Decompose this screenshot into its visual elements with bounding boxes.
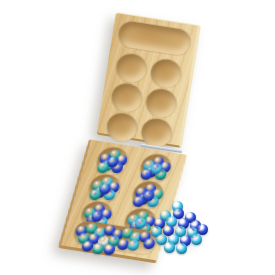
pit-bottom-r2-left[interactable] — [86, 172, 123, 204]
teal-gem — [96, 161, 110, 173]
top-pit-grid — [96, 45, 193, 151]
blue-gem — [139, 167, 153, 179]
mancala-product-photo — [0, 0, 275, 275]
pit-top-r1-right[interactable] — [149, 57, 183, 89]
blue-gem — [131, 195, 145, 207]
teal-gem — [88, 188, 102, 200]
pit-top-r2-right[interactable] — [144, 87, 178, 119]
cyan-gem — [191, 234, 202, 245]
blue-gem — [197, 224, 208, 235]
pit-top-r2-left[interactable] — [110, 82, 144, 114]
cyan-gem — [176, 243, 187, 254]
loose-gems-pile[interactable] — [149, 199, 215, 261]
pit-bottom-r1-right[interactable] — [137, 152, 174, 184]
cyan-gem — [164, 242, 175, 253]
board-top-leaf — [97, 12, 201, 148]
pit-top-r1-left[interactable] — [114, 52, 148, 84]
pit-bottom-r1-left[interactable] — [94, 145, 131, 177]
